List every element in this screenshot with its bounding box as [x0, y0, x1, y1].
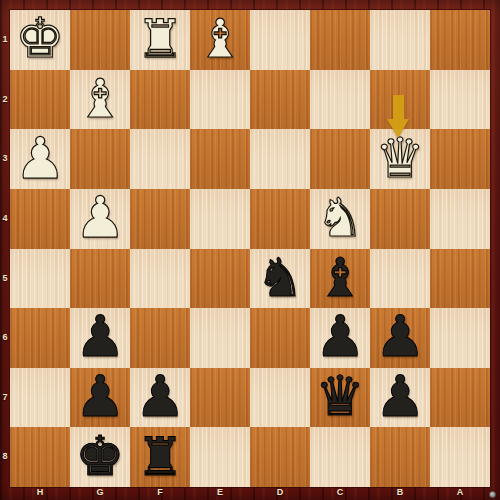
rank-label-8: 8 — [0, 427, 10, 487]
rank-label-6: 6 — [0, 308, 10, 368]
square-e2[interactable] — [190, 70, 250, 130]
square-f7[interactable]: ♟ — [130, 368, 190, 428]
square-d7[interactable] — [250, 368, 310, 428]
file-label-c: C — [310, 487, 370, 500]
square-h5[interactable] — [10, 249, 70, 309]
piece-wB-g2[interactable]: ♝ — [76, 70, 124, 128]
arrow-tail — [393, 95, 404, 119]
square-a2[interactable] — [430, 70, 490, 130]
chessboard-window: ♚♜♝♝♟♛♟♞♞♝♟♟♟♟♟♛♟♚♜ 12345678HGFEDCBA — [0, 0, 500, 500]
square-f3[interactable] — [130, 129, 190, 189]
square-b3[interactable]: ♛ — [370, 129, 430, 189]
square-h6[interactable] — [10, 308, 70, 368]
rank-label-5: 5 — [0, 249, 10, 309]
square-c3[interactable] — [310, 129, 370, 189]
file-label-f: F — [130, 487, 190, 500]
piece-bN-d5[interactable]: ♞ — [256, 249, 304, 307]
rank-label-3: 3 — [0, 129, 10, 189]
piece-wN-c4[interactable]: ♞ — [316, 189, 364, 247]
square-c6[interactable]: ♟ — [310, 308, 370, 368]
square-h3[interactable]: ♟ — [10, 129, 70, 189]
piece-bP-f7[interactable]: ♟ — [134, 368, 185, 426]
piece-wP-h3[interactable]: ♟ — [14, 129, 65, 187]
square-a8[interactable] — [430, 427, 490, 487]
square-b4[interactable] — [370, 189, 430, 249]
square-d8[interactable] — [250, 427, 310, 487]
square-d4[interactable] — [250, 189, 310, 249]
square-h2[interactable] — [10, 70, 70, 130]
square-g4[interactable]: ♟ — [70, 189, 130, 249]
rank-label-4: 4 — [0, 189, 10, 249]
square-e5[interactable] — [190, 249, 250, 309]
piece-wR-f1[interactable]: ♜ — [136, 10, 184, 68]
square-e3[interactable] — [190, 129, 250, 189]
piece-bK-g8[interactable]: ♚ — [75, 427, 124, 485]
corner-dot — [489, 491, 496, 498]
square-h4[interactable] — [10, 189, 70, 249]
square-c1[interactable] — [310, 10, 370, 70]
square-a7[interactable] — [430, 368, 490, 428]
piece-bB-c5[interactable]: ♝ — [316, 249, 364, 307]
square-h7[interactable] — [10, 368, 70, 428]
square-c4[interactable]: ♞ — [310, 189, 370, 249]
piece-bQ-c7[interactable]: ♛ — [315, 368, 364, 426]
piece-wK-h1[interactable]: ♚ — [15, 10, 64, 68]
square-c2[interactable] — [310, 70, 370, 130]
square-g7[interactable]: ♟ — [70, 368, 130, 428]
square-a6[interactable] — [430, 308, 490, 368]
square-d6[interactable] — [250, 308, 310, 368]
square-f8[interactable]: ♜ — [130, 427, 190, 487]
square-a5[interactable] — [430, 249, 490, 309]
square-e1[interactable]: ♝ — [190, 10, 250, 70]
square-c8[interactable] — [310, 427, 370, 487]
square-g1[interactable] — [70, 10, 130, 70]
square-h8[interactable] — [10, 427, 70, 487]
square-d2[interactable] — [250, 70, 310, 130]
rank-label-1: 1 — [0, 10, 10, 70]
square-g2[interactable]: ♝ — [70, 70, 130, 130]
square-g3[interactable] — [70, 129, 130, 189]
file-label-e: E — [190, 487, 250, 500]
file-label-a: A — [430, 487, 490, 500]
square-b1[interactable] — [370, 10, 430, 70]
piece-bP-b7[interactable]: ♟ — [374, 368, 425, 426]
square-f1[interactable]: ♜ — [130, 10, 190, 70]
piece-bP-g7[interactable]: ♟ — [74, 368, 125, 426]
square-a4[interactable] — [430, 189, 490, 249]
file-label-b: B — [370, 487, 430, 500]
square-b5[interactable] — [370, 249, 430, 309]
square-d5[interactable]: ♞ — [250, 249, 310, 309]
square-f4[interactable] — [130, 189, 190, 249]
piece-wP-g4[interactable]: ♟ — [74, 189, 125, 247]
board: ♚♜♝♝♟♛♟♞♞♝♟♟♟♟♟♛♟♚♜ — [10, 10, 490, 487]
square-f2[interactable] — [130, 70, 190, 130]
square-a1[interactable] — [430, 10, 490, 70]
piece-wB-e1[interactable]: ♝ — [196, 10, 244, 68]
square-h1[interactable]: ♚ — [10, 10, 70, 70]
piece-bP-g6[interactable]: ♟ — [74, 308, 125, 366]
rank-label-2: 2 — [0, 70, 10, 130]
piece-bP-c6[interactable]: ♟ — [314, 308, 365, 366]
piece-bP-b6[interactable]: ♟ — [374, 308, 425, 366]
square-g5[interactable] — [70, 249, 130, 309]
square-c5[interactable]: ♝ — [310, 249, 370, 309]
piece-bR-f8[interactable]: ♜ — [136, 427, 184, 485]
square-e6[interactable] — [190, 308, 250, 368]
square-e8[interactable] — [190, 427, 250, 487]
file-label-g: G — [70, 487, 130, 500]
square-a3[interactable] — [430, 129, 490, 189]
file-label-h: H — [10, 487, 70, 500]
square-d3[interactable] — [250, 129, 310, 189]
arrow-head-icon — [387, 119, 409, 138]
square-e7[interactable] — [190, 368, 250, 428]
square-g6[interactable]: ♟ — [70, 308, 130, 368]
square-e4[interactable] — [190, 189, 250, 249]
square-b7[interactable]: ♟ — [370, 368, 430, 428]
square-b6[interactable]: ♟ — [370, 308, 430, 368]
square-f6[interactable] — [130, 308, 190, 368]
square-g8[interactable]: ♚ — [70, 427, 130, 487]
square-d1[interactable] — [250, 10, 310, 70]
square-f5[interactable] — [130, 249, 190, 309]
file-label-d: D — [250, 487, 310, 500]
rank-label-7: 7 — [0, 368, 10, 428]
last-move-arrow — [387, 95, 409, 138]
square-c7[interactable]: ♛ — [310, 368, 370, 428]
square-b8[interactable] — [370, 427, 430, 487]
